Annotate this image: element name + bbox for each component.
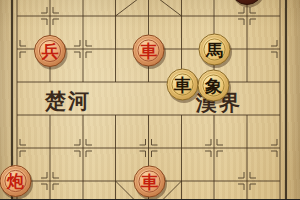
position-marker	[53, 19, 59, 25]
position-marker	[86, 151, 92, 157]
piece-glyph: 兵	[41, 41, 59, 61]
position-marker	[41, 7, 47, 13]
position-marker	[205, 139, 211, 145]
position-marker	[250, 19, 256, 25]
position-marker	[271, 52, 277, 58]
position-marker	[250, 184, 256, 190]
position-marker	[271, 139, 277, 145]
position-marker	[20, 52, 26, 58]
piece-red-chariot[interactable]: 車	[133, 35, 166, 69]
position-marker	[74, 151, 80, 157]
position-marker	[41, 184, 47, 190]
position-marker	[271, 40, 277, 46]
piece-black-unknown[interactable]	[232, 0, 265, 8]
position-marker	[74, 40, 80, 46]
piece-red-cannon[interactable]: 炮	[0, 166, 33, 200]
position-marker	[53, 7, 59, 13]
position-marker	[238, 19, 244, 25]
position-marker	[86, 40, 92, 46]
position-marker	[53, 172, 59, 178]
piece-glyph: 馬	[205, 40, 223, 60]
position-marker	[20, 151, 26, 157]
piece-glyph: 象	[204, 76, 222, 96]
position-marker	[205, 151, 211, 157]
position-marker	[238, 172, 244, 178]
position-marker	[140, 151, 146, 157]
xiangqi-board: 楚河漢界 兵車馬車象炮車	[0, 0, 300, 199]
piece-red-soldier[interactable]: 兵	[35, 36, 68, 70]
piece-glyph: 車	[173, 75, 191, 95]
piece-glyph: 車	[139, 41, 157, 61]
position-marker	[152, 139, 158, 145]
piece-black-horse[interactable]: 馬	[199, 34, 232, 68]
position-marker	[74, 52, 80, 58]
river-label-left: 楚河	[44, 89, 91, 113]
position-marker	[41, 19, 47, 25]
position-marker	[41, 172, 47, 178]
position-marker	[152, 151, 158, 157]
position-marker	[217, 151, 223, 157]
position-marker	[86, 139, 92, 145]
position-marker	[140, 139, 146, 145]
position-marker	[238, 184, 244, 190]
position-marker	[53, 184, 59, 190]
position-marker	[20, 139, 26, 145]
palace-diagonal	[116, 0, 149, 16]
palace-diagonal	[149, 0, 182, 16]
piece-red-chariot[interactable]: 車	[134, 166, 167, 199]
piece-glyph: 車	[140, 172, 158, 192]
piece-glyph: 炮	[6, 171, 24, 191]
position-marker	[217, 139, 223, 145]
pieces: 兵車馬車象炮車	[0, 0, 265, 199]
position-marker	[250, 7, 256, 13]
position-marker	[20, 40, 26, 46]
piece-black-chariot[interactable]: 車	[167, 69, 200, 103]
position-marker	[74, 139, 80, 145]
position-marker	[86, 52, 92, 58]
position-marker	[238, 7, 244, 13]
position-marker	[250, 172, 256, 178]
board-svg[interactable]: 楚河漢界 兵車馬車象炮車	[0, 0, 300, 199]
position-marker	[271, 151, 277, 157]
